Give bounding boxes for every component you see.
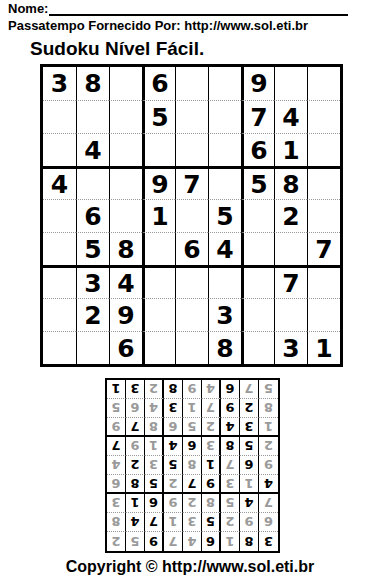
solution-cell-r6c6: 4 [164,437,183,456]
solution-cell-r9c5: 9 [183,380,202,399]
puzzle-cell-r4c5: 7 [175,166,208,199]
solution-cell-r7c8: 7 [126,418,145,437]
solution-cell-r2c7: 7 [145,513,164,532]
puzzle-cell-r9c1 [43,331,76,364]
puzzle-cell-r8c3: 9 [109,298,142,331]
puzzle-cell-r6c3: 8 [109,232,142,265]
solution-cell-r5c7: 3 [145,456,164,475]
puzzle-cell-r7c4 [142,265,175,298]
solution-cell-r2c4: 5 [202,513,221,532]
solution-cell-r6c1: 2 [259,437,278,456]
solution-cell-r8c2: 2 [240,399,259,418]
solution-cell-r3c7: 6 [145,494,164,513]
puzzle-cell-r6c8 [274,232,307,265]
solution-cell-r5c8: 2 [126,456,145,475]
solution-cell-r4c2: 1 [240,475,259,494]
solution-cell-r1c1: 3 [259,532,278,551]
puzzle-cell-r3c5 [175,133,208,166]
puzzle-cell-r7c5 [175,265,208,298]
solution-cell-r3c9: 3 [107,494,126,513]
puzzle-cell-r5c5 [175,199,208,232]
solution-cell-r9c6: 8 [164,380,183,399]
solution-cell-r5c6: 5 [164,456,183,475]
puzzle-cell-r9c7 [241,331,274,364]
solution-cell-r3c5: 2 [183,494,202,513]
solution-cell-r6c8: 9 [126,437,145,456]
puzzle-cell-r6c7 [241,232,274,265]
puzzle-cell-r3c4 [142,133,175,166]
solution-cell-r7c4: 2 [202,418,221,437]
puzzle-cell-r8c1 [43,298,76,331]
solution-cell-r9c9: 1 [107,380,126,399]
puzzle-cell-r1c2: 8 [76,67,109,100]
solution-grid: 3816479526925317487458296134139725869671… [105,378,280,553]
puzzle-cell-r8c8 [274,298,307,331]
puzzle-cell-r2c3 [109,100,142,133]
puzzle-cell-r6c6: 4 [208,232,241,265]
puzzle-cell-r3c9 [307,133,340,166]
solution-cell-r1c8: 5 [126,532,145,551]
solution-cell-r6c3: 8 [221,437,240,456]
puzzle-cell-r7c1 [43,265,76,298]
solution-cell-r5c2: 6 [240,456,259,475]
puzzle-cell-r4c2 [76,166,109,199]
solution-cell-r3c3: 5 [221,494,240,513]
puzzle-cell-r8c9 [307,298,340,331]
puzzle-cell-r8c4 [142,298,175,331]
puzzle-cell-r2c4: 5 [142,100,175,133]
solution-cell-r2c5: 3 [183,513,202,532]
solution-cell-r8c3: 9 [221,399,240,418]
solution-cell-r7c1: 1 [259,418,278,437]
solution-cell-r9c7: 2 [145,380,164,399]
puzzle-cell-r5c8: 2 [274,199,307,232]
puzzle-cell-r6c2: 5 [76,232,109,265]
puzzle-cell-r9c9: 1 [307,331,340,364]
puzzle-cell-r3c2: 4 [76,133,109,166]
copyright: Copyright © http://www.sol.eti.br [0,558,380,576]
solution-cell-r3c6: 9 [164,494,183,513]
puzzle-cell-r3c1 [43,133,76,166]
solution-cell-r7c5: 5 [183,418,202,437]
solution-cell-r1c2: 8 [240,532,259,551]
solution-cell-r4c1: 4 [259,475,278,494]
solution-cell-r8c7: 4 [145,399,164,418]
solution-cell-r2c3: 2 [221,513,240,532]
puzzle-cell-r1c6 [208,67,241,100]
solution-cell-r3c8: 1 [126,494,145,513]
solution-cell-r1c9: 2 [107,532,126,551]
puzzle-cell-r4c8: 8 [274,166,307,199]
puzzle-cell-r8c2: 2 [76,298,109,331]
solution-cell-r4c7: 5 [145,475,164,494]
puzzle-cell-r2c7: 7 [241,100,274,133]
puzzle-cell-r4c6 [208,166,241,199]
puzzle-cell-r7c3: 4 [109,265,142,298]
page-title: Sudoku Nível Fácil. [30,38,204,60]
solution-cell-r4c5: 7 [183,475,202,494]
solution-cell-r2c2: 9 [240,513,259,532]
puzzle-cell-r2c8: 4 [274,100,307,133]
solution-cell-r7c2: 3 [240,418,259,437]
solution-cell-r8c4: 7 [202,399,221,418]
solution-cell-r4c4: 9 [202,475,221,494]
solution-cell-r3c2: 4 [240,494,259,513]
name-row: Nome: [8,1,348,16]
solution-cell-r1c4: 6 [202,532,221,551]
puzzle-cell-r9c2 [76,331,109,364]
puzzle-cell-r3c3 [109,133,142,166]
solution-cell-r9c3: 6 [221,380,240,399]
solution-cell-r3c1: 7 [259,494,278,513]
puzzle-cell-r4c7: 5 [241,166,274,199]
solution-cell-r5c3: 7 [221,456,240,475]
puzzle-cell-r2c5 [175,100,208,133]
solution-cell-r1c7: 9 [145,532,164,551]
puzzle-cell-r5c4: 1 [142,199,175,232]
puzzle-cell-r8c5 [175,298,208,331]
solution-cell-r5c4: 1 [202,456,221,475]
puzzle-cell-r5c2: 6 [76,199,109,232]
puzzle-cell-r7c8: 7 [274,265,307,298]
puzzle-cell-r6c5: 6 [175,232,208,265]
solution-cell-r1c5: 4 [183,532,202,551]
puzzle-cell-r4c1: 4 [43,166,76,199]
puzzle-cell-r7c6 [208,265,241,298]
puzzle-cell-r4c4: 9 [142,166,175,199]
puzzle-cell-r5c6: 5 [208,199,241,232]
puzzle-cell-r6c4 [142,232,175,265]
puzzle-cell-r9c6: 8 [208,331,241,364]
solution-cell-r6c4: 3 [202,437,221,456]
puzzle-cell-r5c7 [241,199,274,232]
puzzle-cell-r3c7: 6 [241,133,274,166]
solution-cell-r7c7: 8 [145,418,164,437]
puzzle-cell-r1c7: 9 [241,67,274,100]
solution-cell-r7c3: 4 [221,418,240,437]
solution-cell-r5c1: 9 [259,456,278,475]
puzzle-cell-r1c1: 3 [43,67,76,100]
puzzle-cell-r9c5 [175,331,208,364]
solution-cell-r5c9: 4 [107,456,126,475]
puzzle-cell-r4c3 [109,166,142,199]
puzzle-cell-r7c9 [307,265,340,298]
puzzle-cell-r8c7 [241,298,274,331]
puzzle-cell-r7c7 [241,265,274,298]
solution-cell-r4c9: 6 [107,475,126,494]
puzzle-cell-r7c2: 3 [76,265,109,298]
puzzle-cell-r5c3 [109,199,142,232]
puzzle-cell-r4c9 [307,166,340,199]
puzzle-cell-r5c9 [307,199,340,232]
puzzle-cell-r6c9: 7 [307,232,340,265]
solution-cell-r2c9: 8 [107,513,126,532]
solution-cell-r8c5: 1 [183,399,202,418]
puzzle-cell-r6c1 [43,232,76,265]
puzzle-cell-r3c6 [208,133,241,166]
solution-cell-r6c5: 6 [183,437,202,456]
solution-cell-r5c5: 8 [183,456,202,475]
puzzle-cell-r1c8 [274,67,307,100]
solution-cell-r3c4: 8 [202,494,221,513]
solution-cell-r6c2: 5 [240,437,259,456]
puzzle-cell-r8c6: 3 [208,298,241,331]
name-underline [49,2,348,16]
solution-cell-r9c4: 4 [202,380,221,399]
puzzle-cell-r1c5 [175,67,208,100]
puzzle-cell-r9c8: 3 [274,331,307,364]
puzzle-cell-r9c4 [142,331,175,364]
solution-cell-r2c6: 1 [164,513,183,532]
puzzle-cell-r9c3: 6 [109,331,142,364]
puzzle-cell-r2c6 [208,100,241,133]
solution-cell-r8c8: 6 [126,399,145,418]
solution-cell-r8c9: 5 [107,399,126,418]
puzzle-cell-r1c4: 6 [142,67,175,100]
puzzle-grid: 3869574461497586152586473472936831 [40,64,343,367]
solution-cell-r9c1: 5 [259,380,278,399]
solution-cell-r8c6: 3 [164,399,183,418]
solution-cell-r2c1: 6 [259,513,278,532]
puzzle-cell-r2c1 [43,100,76,133]
solution-cell-r9c2: 7 [240,380,259,399]
puzzle-cell-r1c3 [109,67,142,100]
solution-cell-r4c3: 3 [221,475,240,494]
solution-cell-r7c9: 9 [107,418,126,437]
solution-cell-r4c8: 8 [126,475,145,494]
solution-cell-r1c3: 1 [221,532,240,551]
puzzle-cell-r1c9 [307,67,340,100]
solution-cell-r8c1: 8 [259,399,278,418]
solution-cell-r6c7: 1 [145,437,164,456]
puzzle-cell-r2c2 [76,100,109,133]
puzzle-cell-r3c8: 1 [274,133,307,166]
solution-cell-r7c6: 6 [164,418,183,437]
solution-cell-r2c8: 4 [126,513,145,532]
solution-cell-r9c8: 3 [126,380,145,399]
name-label: Nome: [8,1,48,16]
puzzle-cell-r2c9 [307,100,340,133]
puzzle-cell-r5c1 [43,199,76,232]
solution-cell-r1c6: 7 [164,532,183,551]
solution-cell-r6c9: 7 [107,437,126,456]
solution-cell-r4c6: 2 [164,475,183,494]
provider-line: Passatempo Fornecido Por: http://www.sol… [8,18,308,33]
